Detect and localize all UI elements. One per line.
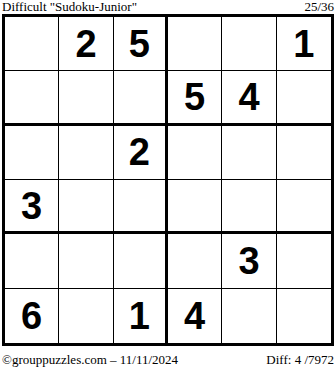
puzzle-header: Difficult "Sudoku-Junior" 25/36: [0, 0, 336, 14]
cell-r3c3[interactable]: 2: [114, 126, 168, 180]
cell-r5c4[interactable]: [168, 234, 222, 288]
cell-r4c5[interactable]: [222, 180, 276, 234]
cell-r6c5[interactable]: [222, 289, 276, 343]
cell-r5c2[interactable]: [59, 234, 113, 288]
cell-r1c6[interactable]: 1: [277, 17, 331, 71]
cell-r2c6[interactable]: [277, 71, 331, 125]
cell-r2c4[interactable]: 5: [168, 71, 222, 125]
cell-r1c1[interactable]: [5, 17, 59, 71]
cell-r4c2[interactable]: [59, 180, 113, 234]
cell-r2c1[interactable]: [5, 71, 59, 125]
cell-r4c4[interactable]: [168, 180, 222, 234]
cell-r4c1[interactable]: 3: [5, 180, 59, 234]
cell-r2c2[interactable]: [59, 71, 113, 125]
cell-r3c1[interactable]: [5, 126, 59, 180]
cell-r3c2[interactable]: [59, 126, 113, 180]
cell-r4c6[interactable]: [277, 180, 331, 234]
cell-r2c5[interactable]: 4: [222, 71, 276, 125]
cell-r4c3[interactable]: [114, 180, 168, 234]
cell-r5c1[interactable]: [5, 234, 59, 288]
difficulty-text: Diff: 4 /7972: [266, 353, 334, 367]
cell-r6c4[interactable]: 4: [168, 289, 222, 343]
puzzle-footer: ©grouppuzzles.com – 11/11/2024 Diff: 4 /…: [0, 353, 336, 367]
cell-r1c4[interactable]: [168, 17, 222, 71]
cell-r6c6[interactable]: [277, 289, 331, 343]
copyright-text: ©grouppuzzles.com – 11/11/2024: [2, 353, 178, 367]
cells-remaining-counter: 25/36: [304, 0, 334, 14]
cell-r5c5[interactable]: 3: [222, 234, 276, 288]
cell-r6c1[interactable]: 6: [5, 289, 59, 343]
cell-r2c3[interactable]: [114, 71, 168, 125]
cell-r3c4[interactable]: [168, 126, 222, 180]
cell-r3c6[interactable]: [277, 126, 331, 180]
cell-r3c5[interactable]: [222, 126, 276, 180]
cell-r1c2[interactable]: 2: [59, 17, 113, 71]
puzzle-title: Difficult "Sudoku-Junior": [2, 0, 137, 14]
cell-r6c2[interactable]: [59, 289, 113, 343]
cell-r5c6[interactable]: [277, 234, 331, 288]
cell-r1c5[interactable]: [222, 17, 276, 71]
sudoku-board: 25154233614: [2, 14, 334, 346]
cell-r5c3[interactable]: [114, 234, 168, 288]
cell-r1c3[interactable]: 5: [114, 17, 168, 71]
cell-r6c3[interactable]: 1: [114, 289, 168, 343]
